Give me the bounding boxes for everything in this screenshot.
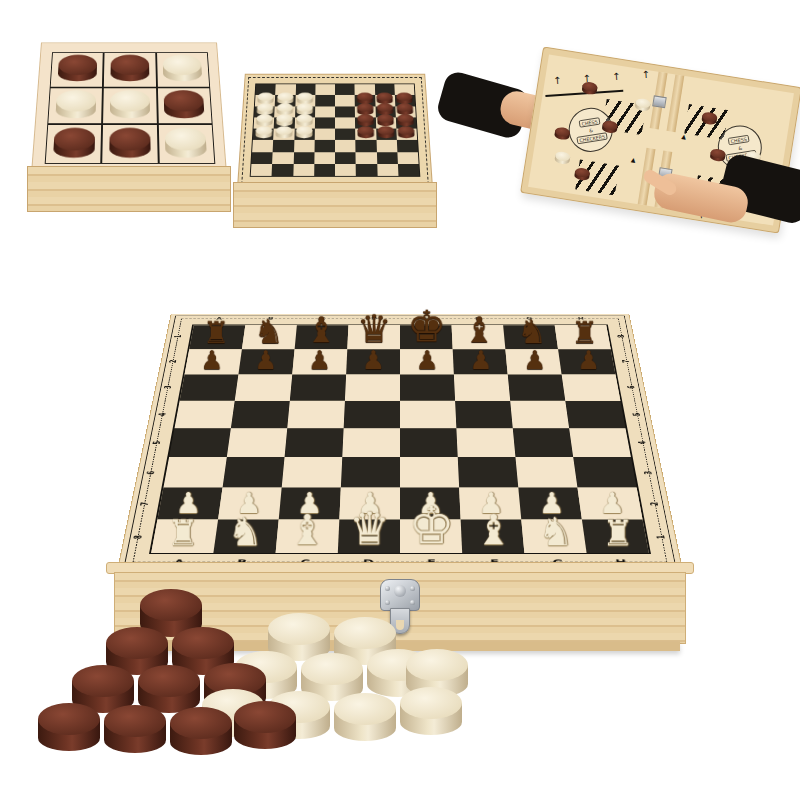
- rank-label: 5: [128, 439, 187, 446]
- square: [341, 457, 400, 487]
- checkers-square: [272, 164, 293, 176]
- checker-piece-light: [276, 126, 293, 138]
- square: [454, 374, 510, 400]
- piece-black-pawn: ♟: [577, 348, 600, 374]
- checker-piece-dark: [164, 90, 205, 118]
- tictactoe-cell: [48, 88, 102, 123]
- square: [282, 457, 343, 487]
- checker-piece-light: [296, 115, 312, 127]
- rank-label: 7: [599, 358, 654, 364]
- square: [513, 428, 573, 457]
- piece-black-knight: ♞: [253, 315, 283, 348]
- checkers-square: [293, 152, 314, 164]
- chess-board-area: ♜♞♝♛♚♝♞♜♟♟♟♟♟♟♟♟♟♟♟♟♟♟♟♟♜♞♝♛♚♝♞♜ ABCDEFG…: [106, 246, 694, 570]
- checkers-square: [398, 164, 420, 176]
- rank-label: 1: [151, 333, 205, 339]
- checkers-square: [273, 140, 294, 152]
- square: ♚: [400, 519, 462, 552]
- checkers-square: [335, 117, 355, 128]
- puck-dark: [709, 148, 726, 162]
- square: [342, 428, 400, 457]
- checker-piece-dark: [109, 127, 150, 157]
- tictactoe-cell: [157, 53, 209, 86]
- checker-piece-dark: [377, 103, 394, 115]
- rank-label: 1: [630, 533, 694, 542]
- piece-white-rook: ♜: [167, 516, 199, 551]
- puck-dark: [602, 120, 619, 134]
- checker-piece-dark: [53, 127, 95, 157]
- checker-piece-dark: [398, 126, 415, 138]
- rank-label: 4: [613, 439, 672, 446]
- checkers-square: [294, 129, 315, 141]
- checkers-grid: [250, 83, 421, 176]
- rank-label: 5: [608, 411, 666, 418]
- checkers-square: [356, 152, 377, 164]
- piece-white-knight: ♞: [538, 512, 573, 551]
- checkers-square: [356, 164, 377, 176]
- square: [344, 401, 400, 429]
- checker-piece-dark: [170, 707, 232, 755]
- piece-white-queen: ♛: [349, 506, 390, 551]
- square: [458, 457, 519, 487]
- square: [223, 457, 285, 487]
- checker-piece-light: [110, 90, 150, 118]
- square: [400, 374, 455, 400]
- piece-black-pawn: ♟: [200, 348, 223, 374]
- tictactoe-cell: [103, 125, 158, 163]
- checkers-square: [396, 129, 417, 141]
- checkers-square: [377, 164, 398, 176]
- tictactoe-cell: [104, 53, 156, 86]
- square: ♟: [400, 349, 454, 374]
- tictactoe-box: [26, 16, 234, 214]
- checkers-square: [376, 152, 397, 164]
- checker-piece-light: [277, 103, 294, 115]
- checkers-square: [252, 140, 273, 152]
- checker-piece-light: [277, 92, 293, 104]
- rank-label: 6: [121, 469, 181, 477]
- checker-piece-light: [165, 127, 207, 157]
- checker-piece-dark: [357, 115, 373, 127]
- checkers-square: [272, 152, 293, 164]
- square: [231, 401, 290, 429]
- piece-black-rook: ♜: [202, 318, 229, 348]
- rank-label: 8: [107, 533, 171, 542]
- square: [508, 374, 566, 400]
- checkers-square: [397, 140, 418, 152]
- tictactoe-cell: [46, 125, 102, 163]
- checker-piece-dark: [397, 103, 414, 115]
- checker-piece-dark: [378, 126, 395, 138]
- square: [227, 428, 287, 457]
- rank-label: 2: [146, 358, 201, 364]
- piece-white-knight: ♞: [227, 512, 262, 551]
- checker-stacks: [28, 585, 468, 775]
- puck-dark: [702, 111, 719, 125]
- tictactoe-board: [31, 42, 227, 174]
- checkers-square: [294, 140, 315, 152]
- checker-piece-dark: [38, 703, 100, 751]
- rank-label: 8: [595, 333, 649, 339]
- square: ♟: [292, 349, 347, 374]
- checkers-board: [237, 74, 433, 188]
- rank-label: 4: [134, 411, 192, 418]
- checker-piece-dark: [110, 55, 149, 82]
- checker-piece-light: [276, 115, 293, 127]
- piece-black-pawn: ♟: [415, 348, 438, 374]
- checker-piece-dark: [234, 701, 296, 749]
- checkers-square: [376, 129, 397, 141]
- checkers-square: [335, 152, 356, 164]
- square: [285, 428, 344, 457]
- square: [400, 457, 459, 487]
- checkers-square: [335, 129, 356, 141]
- arrow-marks: ↑ ↑ ↑ ↑: [553, 68, 660, 86]
- checkers-square: [355, 129, 376, 141]
- puck-light: [554, 151, 571, 165]
- checkers-square: [314, 164, 335, 176]
- piece-white-rook: ♜: [602, 516, 634, 551]
- checkers-square: [397, 152, 418, 164]
- puck-light: [635, 98, 652, 112]
- square: [455, 401, 513, 429]
- rank-label: 3: [619, 469, 679, 477]
- square: ♛: [338, 519, 400, 552]
- checker-piece-light: [297, 103, 313, 115]
- piece-black-pawn: ♟: [523, 348, 546, 374]
- square: [400, 428, 458, 457]
- checker-piece-light: [297, 92, 313, 104]
- checker-piece-dark: [377, 92, 393, 104]
- piece-black-bishop: ♝: [305, 313, 336, 348]
- checker-piece-light: [163, 55, 203, 82]
- square: [345, 374, 400, 400]
- checkers-square: [335, 84, 355, 95]
- checker-piece-dark: [396, 92, 413, 104]
- checker-piece-light: [55, 90, 96, 118]
- checkers-square: [315, 106, 335, 117]
- square: [235, 374, 293, 400]
- square: [290, 374, 346, 400]
- center-marker: ▲: [681, 132, 687, 140]
- checker-piece-light: [296, 126, 313, 138]
- piece-black-pawn: ♟: [362, 348, 385, 374]
- rank-label: 7: [114, 500, 176, 508]
- checker-piece-light: [256, 115, 273, 127]
- square: [287, 401, 345, 429]
- puck-dark: [581, 82, 598, 96]
- piece-black-pawn: ♟: [308, 348, 331, 374]
- piece-black-pawn: ♟: [469, 348, 492, 374]
- square: ♞: [521, 519, 586, 552]
- square: ♟: [238, 349, 294, 374]
- square: ♝: [276, 519, 340, 552]
- tictactoe-cell: [103, 88, 156, 123]
- piece-black-bishop: ♝: [463, 313, 494, 348]
- piece-black-king: ♚: [407, 305, 446, 348]
- checker-piece-light: [255, 126, 272, 138]
- checker-piece-light: [256, 103, 273, 115]
- checker-piece-dark: [357, 126, 374, 138]
- piece-white-king: ♚: [408, 500, 454, 551]
- piece-white-bishop: ♝: [288, 510, 325, 551]
- piece-black-pawn: ♟: [254, 348, 277, 374]
- checkers-square: [335, 106, 355, 117]
- checker-piece-dark: [357, 92, 373, 104]
- square: ♝: [461, 519, 525, 552]
- tictactoe-cell: [158, 88, 212, 123]
- checkers-square: [293, 164, 314, 176]
- rank-label: 2: [624, 500, 686, 508]
- checkers-square: [314, 140, 335, 152]
- tictactoe-cell: [158, 125, 214, 163]
- hinge-icon: [652, 95, 667, 108]
- tictactoe-cell: [51, 53, 103, 86]
- square: [515, 457, 577, 487]
- piece-white-bishop: ♝: [475, 510, 512, 551]
- square: ♟: [346, 349, 400, 374]
- checker-piece-dark: [104, 705, 166, 753]
- checker-piece-light: [334, 693, 396, 741]
- puck-dark: [574, 167, 591, 181]
- tictactoe-grid: [45, 52, 216, 164]
- chess-board: ♜♞♝♛♚♝♞♜♟♟♟♟♟♟♟♟♟♟♟♟♟♟♟♟♜♞♝♛♚♝♞♜ ABCDEFG…: [117, 314, 683, 570]
- piece-black-rook: ♜: [571, 318, 598, 348]
- square: [400, 401, 456, 429]
- center-marker: ▲: [631, 155, 637, 163]
- checker-piece-dark: [377, 115, 394, 127]
- checker-piece-dark: [57, 55, 97, 82]
- piece-black-knight: ♞: [517, 315, 547, 348]
- square: [510, 401, 569, 429]
- checkers-square: [251, 152, 272, 164]
- checkers-square: [253, 129, 274, 141]
- sling-puck-left-half: ↑ ↑ ↑ ↑ CHESS & CHECKERS ▲: [528, 54, 659, 204]
- checker-piece-light: [400, 687, 462, 735]
- checkers-square: [273, 129, 294, 141]
- piece-black-queen: ♛: [356, 310, 390, 348]
- checkers-square: [356, 140, 377, 152]
- checkers-square: [315, 84, 335, 95]
- checkers-square: [315, 117, 335, 128]
- checker-piece-dark: [397, 115, 414, 127]
- checker-piece-light: [257, 92, 274, 104]
- checkers-square: [335, 164, 356, 176]
- checkers-square: [251, 164, 273, 176]
- checkers-square: [376, 140, 397, 152]
- checkers-square: [315, 95, 335, 106]
- checkers-square: [314, 152, 335, 164]
- checkers-square: [314, 129, 335, 141]
- rank-label: 3: [140, 384, 196, 391]
- checkers-square: [335, 95, 355, 106]
- square: [456, 428, 515, 457]
- chess-grid: ♜♞♝♛♚♝♞♜♟♟♟♟♟♟♟♟♟♟♟♟♟♟♟♟♜♞♝♛♚♝♞♜: [149, 324, 651, 554]
- rank-label: 6: [604, 384, 660, 391]
- puck-dark: [554, 126, 571, 140]
- checker-piece-dark: [357, 103, 373, 115]
- square: ♞: [213, 519, 278, 552]
- checkers-square: [335, 140, 356, 152]
- square: ♟: [505, 349, 561, 374]
- square: ♟: [453, 349, 508, 374]
